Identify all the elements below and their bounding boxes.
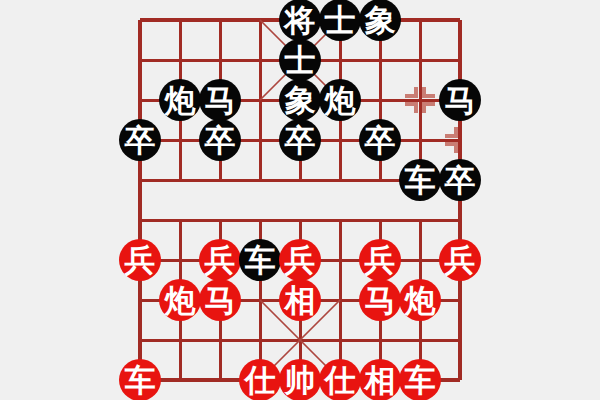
piece-red-cannon[interactable]: 炮 xyxy=(399,279,441,321)
piece-red-advisor[interactable]: 仕 xyxy=(239,359,281,400)
piece-black-horse[interactable]: 马 xyxy=(439,79,481,121)
marker-corner-bl xyxy=(405,102,418,113)
piece-red-pawn[interactable]: 兵 xyxy=(119,239,161,281)
piece-black-elephant[interactable]: 象 xyxy=(359,0,401,41)
piece-red-pawn[interactable]: 兵 xyxy=(199,239,241,281)
piece-black-elephant[interactable]: 象 xyxy=(279,79,321,121)
xiangqi-app: 将士象士炮马象炮马卒卒卒卒车卒兵兵车兵兵兵炮马相马炮车仕帅仕相车 xyxy=(0,0,600,400)
piece-red-cannon[interactable]: 炮 xyxy=(159,279,201,321)
piece-black-pawn[interactable]: 卒 xyxy=(199,119,241,161)
marker-corner-bl xyxy=(445,142,458,153)
piece-red-pawn[interactable]: 兵 xyxy=(439,239,481,281)
piece-red-pawn[interactable]: 兵 xyxy=(359,239,401,281)
piece-red-general[interactable]: 帅 xyxy=(279,359,321,400)
piece-red-chariot[interactable]: 车 xyxy=(119,359,161,400)
piece-black-pawn[interactable]: 卒 xyxy=(439,159,481,201)
piece-red-horse[interactable]: 马 xyxy=(199,279,241,321)
piece-red-pawn[interactable]: 兵 xyxy=(279,239,321,281)
piece-red-chariot[interactable]: 车 xyxy=(399,359,441,400)
piece-black-cannon[interactable]: 炮 xyxy=(319,79,361,121)
marker-corner-tl xyxy=(445,127,458,138)
piece-red-elephant[interactable]: 相 xyxy=(279,279,321,321)
piece-black-chariot[interactable]: 车 xyxy=(399,159,441,201)
piece-black-general[interactable]: 将 xyxy=(279,0,321,41)
piece-red-advisor[interactable]: 仕 xyxy=(319,359,361,400)
piece-black-cannon[interactable]: 炮 xyxy=(159,79,201,121)
piece-black-advisor[interactable]: 士 xyxy=(319,0,361,41)
piece-black-pawn[interactable]: 卒 xyxy=(359,119,401,161)
piece-black-pawn[interactable]: 卒 xyxy=(119,119,161,161)
piece-black-advisor[interactable]: 士 xyxy=(279,39,321,81)
marker-corner-br xyxy=(422,102,435,113)
piece-black-horse[interactable]: 马 xyxy=(199,79,241,121)
marker-corner-tl xyxy=(405,87,418,98)
piece-black-pawn[interactable]: 卒 xyxy=(279,119,321,161)
piece-red-elephant[interactable]: 相 xyxy=(359,359,401,400)
piece-black-chariot[interactable]: 车 xyxy=(239,239,281,281)
piece-red-horse[interactable]: 马 xyxy=(359,279,401,321)
marker-corner-tr xyxy=(422,87,435,98)
